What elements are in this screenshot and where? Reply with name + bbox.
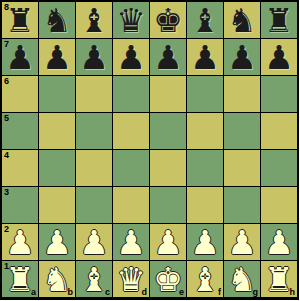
square-g2[interactable]: ♟: [224, 224, 260, 260]
square-d6[interactable]: [113, 76, 149, 112]
square-f1[interactable]: ♝f: [187, 261, 223, 297]
square-f4[interactable]: [187, 150, 223, 186]
square-b5[interactable]: [39, 113, 75, 149]
square-e8[interactable]: ♚: [150, 2, 186, 38]
square-f2[interactable]: ♟: [187, 224, 223, 260]
square-d2[interactable]: ♟: [113, 224, 149, 260]
chess-board: ♜8♞♝♛♚♝♞♜♟7♟♟♟♟♟♟♟6543♟2♟♟♟♟♟♟♟♜1a♞b♝c♛d…: [0, 0, 299, 300]
square-c5[interactable]: [76, 113, 112, 149]
square-g6[interactable]: [224, 76, 260, 112]
square-c1[interactable]: ♝c: [76, 261, 112, 297]
square-e5[interactable]: [150, 113, 186, 149]
piece-black-bishop[interactable]: ♝: [76, 2, 112, 38]
square-h5[interactable]: [261, 113, 297, 149]
file-label-b: b: [68, 287, 74, 297]
piece-white-pawn[interactable]: ♟: [113, 224, 149, 260]
piece-black-king[interactable]: ♚: [150, 2, 186, 38]
square-a7[interactable]: ♟7: [2, 39, 38, 75]
rank-label-8: 8: [4, 2, 9, 13]
square-b8[interactable]: ♞: [39, 2, 75, 38]
square-g3[interactable]: [224, 187, 260, 223]
piece-black-pawn[interactable]: ♟: [261, 39, 297, 75]
square-c8[interactable]: ♝: [76, 2, 112, 38]
piece-white-pawn[interactable]: ♟: [39, 224, 75, 260]
square-d1[interactable]: ♛d: [113, 261, 149, 297]
square-a6[interactable]: 6: [2, 76, 38, 112]
square-d7[interactable]: ♟: [113, 39, 149, 75]
file-label-f: f: [218, 287, 221, 297]
piece-black-rook[interactable]: ♜: [261, 2, 297, 38]
square-c3[interactable]: [76, 187, 112, 223]
file-label-c: c: [105, 287, 110, 297]
piece-black-pawn[interactable]: ♟: [39, 39, 75, 75]
file-label-g: g: [253, 287, 259, 297]
piece-black-pawn[interactable]: ♟: [224, 39, 260, 75]
square-h6[interactable]: [261, 76, 297, 112]
square-h7[interactable]: ♟: [261, 39, 297, 75]
rank-label-6: 6: [4, 76, 9, 87]
square-e7[interactable]: ♟: [150, 39, 186, 75]
square-h4[interactable]: [261, 150, 297, 186]
square-f3[interactable]: [187, 187, 223, 223]
file-label-d: d: [142, 287, 148, 297]
square-c4[interactable]: [76, 150, 112, 186]
square-e3[interactable]: [150, 187, 186, 223]
square-b3[interactable]: [39, 187, 75, 223]
square-b4[interactable]: [39, 150, 75, 186]
rank-label-2: 2: [4, 224, 9, 235]
piece-black-pawn[interactable]: ♟: [76, 39, 112, 75]
piece-black-pawn[interactable]: ♟: [187, 39, 223, 75]
square-g5[interactable]: [224, 113, 260, 149]
square-c6[interactable]: [76, 76, 112, 112]
rank-label-7: 7: [4, 39, 9, 50]
square-a8[interactable]: ♜8: [2, 2, 38, 38]
square-h8[interactable]: ♜: [261, 2, 297, 38]
square-b2[interactable]: ♟: [39, 224, 75, 260]
square-g8[interactable]: ♞: [224, 2, 260, 38]
piece-white-pawn[interactable]: ♟: [224, 224, 260, 260]
piece-black-queen[interactable]: ♛: [113, 2, 149, 38]
square-a4[interactable]: 4: [2, 150, 38, 186]
file-label-h: h: [290, 287, 296, 297]
piece-black-knight[interactable]: ♞: [224, 2, 260, 38]
piece-white-pawn[interactable]: ♟: [261, 224, 297, 260]
square-g4[interactable]: [224, 150, 260, 186]
piece-white-pawn[interactable]: ♟: [150, 224, 186, 260]
square-c2[interactable]: ♟: [76, 224, 112, 260]
square-a5[interactable]: 5: [2, 113, 38, 149]
piece-white-pawn[interactable]: ♟: [76, 224, 112, 260]
square-a1[interactable]: ♜1a: [2, 261, 38, 297]
square-f8[interactable]: ♝: [187, 2, 223, 38]
square-b1[interactable]: ♞b: [39, 261, 75, 297]
square-f6[interactable]: [187, 76, 223, 112]
rank-label-1: 1: [4, 261, 9, 272]
square-b7[interactable]: ♟: [39, 39, 75, 75]
square-h2[interactable]: ♟: [261, 224, 297, 260]
square-e2[interactable]: ♟: [150, 224, 186, 260]
file-label-a: a: [31, 287, 36, 297]
square-c7[interactable]: ♟: [76, 39, 112, 75]
piece-black-bishop[interactable]: ♝: [187, 2, 223, 38]
square-b6[interactable]: [39, 76, 75, 112]
square-d4[interactable]: [113, 150, 149, 186]
square-e1[interactable]: ♚e: [150, 261, 186, 297]
square-h3[interactable]: [261, 187, 297, 223]
rank-label-3: 3: [4, 187, 9, 198]
square-f5[interactable]: [187, 113, 223, 149]
file-label-e: e: [179, 287, 184, 297]
square-e6[interactable]: [150, 76, 186, 112]
square-h1[interactable]: ♜h: [261, 261, 297, 297]
square-a2[interactable]: ♟2: [2, 224, 38, 260]
square-a3[interactable]: 3: [2, 187, 38, 223]
square-d3[interactable]: [113, 187, 149, 223]
square-g1[interactable]: ♞g: [224, 261, 260, 297]
rank-label-5: 5: [4, 113, 9, 124]
square-g7[interactable]: ♟: [224, 39, 260, 75]
square-e4[interactable]: [150, 150, 186, 186]
square-d5[interactable]: [113, 113, 149, 149]
rank-label-4: 4: [4, 150, 9, 161]
piece-black-pawn[interactable]: ♟: [150, 39, 186, 75]
piece-black-knight[interactable]: ♞: [39, 2, 75, 38]
square-d8[interactable]: ♛: [113, 2, 149, 38]
chess-board-window: ♜8♞♝♛♚♝♞♜♟7♟♟♟♟♟♟♟6543♟2♟♟♟♟♟♟♟♜1a♞b♝c♛d…: [0, 0, 299, 300]
square-f7[interactable]: ♟: [187, 39, 223, 75]
piece-black-pawn[interactable]: ♟: [113, 39, 149, 75]
piece-white-pawn[interactable]: ♟: [187, 224, 223, 260]
